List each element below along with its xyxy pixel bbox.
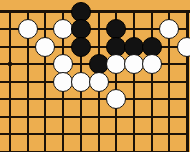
black-stone (106, 19, 126, 39)
white-stone (89, 72, 109, 92)
grid-line (0, 151, 189, 153)
white-stone (71, 72, 91, 92)
white-stone (124, 54, 144, 74)
white-stone (159, 19, 179, 39)
board-top-edge-line (0, 10, 190, 13)
grid-line (0, 98, 189, 100)
go-diagram (0, 0, 190, 152)
white-stone (18, 19, 38, 39)
grid-line (0, 116, 189, 118)
white-stone (177, 37, 190, 57)
white-stone (53, 54, 73, 74)
white-stone (142, 54, 162, 74)
white-stone (35, 37, 55, 57)
white-stone (106, 89, 126, 109)
black-stone (71, 37, 91, 57)
star-point (8, 62, 12, 66)
grid-line (0, 133, 189, 135)
go-board[interactable] (0, 0, 190, 152)
